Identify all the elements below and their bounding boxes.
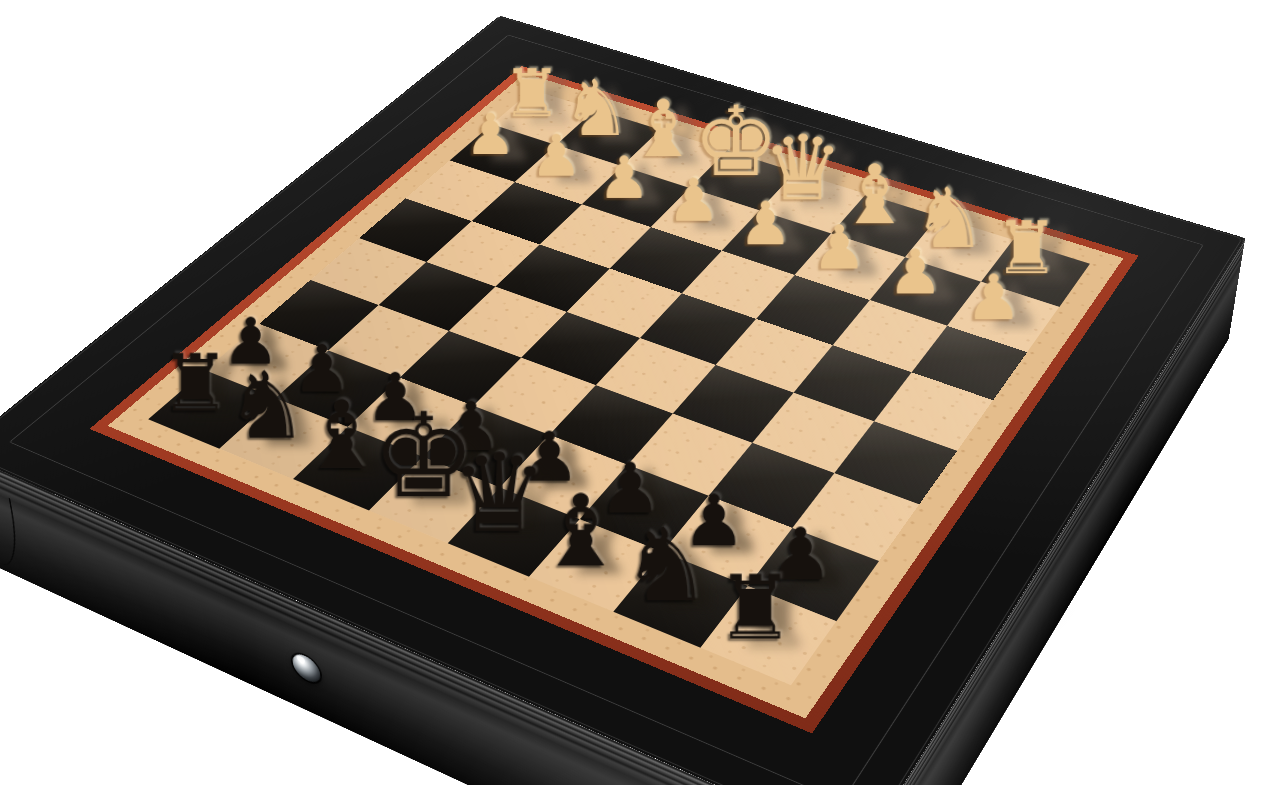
square-f4[interactable] (495, 244, 609, 311)
piece-black-bishop[interactable]: ♝ (532, 482, 630, 581)
piece-white-pawn[interactable]: ♟ (584, 149, 664, 207)
piece-black-knight[interactable]: ♞ (617, 515, 717, 616)
piece-white-pawn[interactable]: ♟ (873, 241, 957, 303)
square-a8[interactable]: ♜ (701, 586, 837, 685)
piece-black-rook[interactable]: ♜ (704, 564, 806, 653)
piece-white-pawn[interactable]: ♟ (798, 217, 881, 278)
square-h4[interactable] (359, 198, 472, 262)
square-b5[interactable] (752, 393, 874, 473)
drawer-knob[interactable] (292, 650, 322, 687)
perspective-space: ♜♞♝♚♛♝♞♜♟♟♟♟♟♟♟♟♟♟♟♟♟♟♟♟♜♞♝♚♛♝♞♜ (0, 0, 1280, 785)
square-a3[interactable] (912, 326, 1027, 400)
product-photo-scene: ♜♞♝♚♛♝♞♜♟♟♟♟♟♟♟♟♟♟♟♟♟♟♟♟♜♞♝♚♛♝♞♜ (0, 0, 1280, 785)
chess-board: ♜♞♝♚♛♝♞♜♟♟♟♟♟♟♟♟♟♟♟♟♟♟♟♟♜♞♝♚♛♝♞♜ (148, 90, 1090, 685)
drawer-seam-left (0, 489, 24, 574)
square-h3[interactable] (406, 160, 515, 221)
piece-white-pawn[interactable]: ♟ (725, 194, 807, 254)
piece-white-pawn[interactable]: ♟ (653, 171, 734, 230)
piece-white-pawn[interactable]: ♟ (951, 266, 1037, 329)
chess-case: ♜♞♝♚♛♝♞♜♟♟♟♟♟♟♟♟♟♟♟♟♟♟♟♟♜♞♝♚♛♝♞♜ (0, 16, 1245, 785)
square-f5[interactable] (449, 287, 567, 358)
case-top: ♜♞♝♚♛♝♞♜♟♟♟♟♟♟♟♟♟♟♟♟♟♟♟♟♜♞♝♚♛♝♞♜ (0, 16, 1245, 785)
